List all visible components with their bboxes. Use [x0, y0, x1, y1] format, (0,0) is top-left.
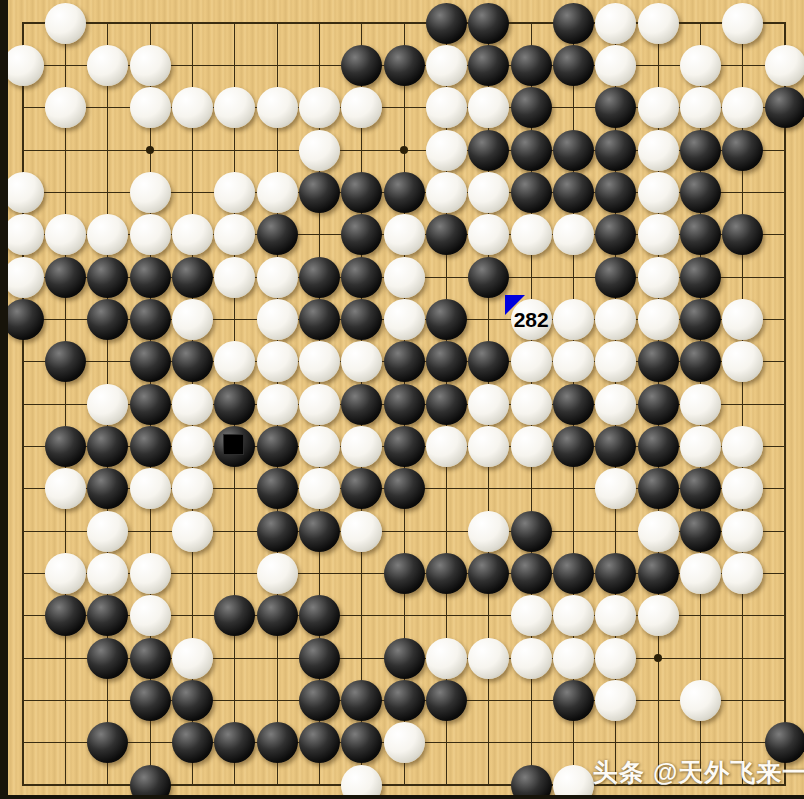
stone-black-c15-r11[interactable] — [595, 426, 636, 467]
stone-white-c13-r6[interactable] — [511, 214, 552, 255]
stone-white-c15-r12[interactable] — [595, 468, 636, 509]
stone-black-c13-r4[interactable] — [511, 130, 552, 171]
stone-white-c16-r1[interactable] — [638, 3, 679, 44]
stone-white-c7-r3[interactable] — [257, 87, 298, 128]
stone-black-c8-r18[interactable] — [299, 722, 340, 763]
stone-white-c12-r10[interactable] — [468, 384, 509, 425]
stone-black-c17-r7[interactable] — [680, 257, 721, 298]
stone-white-c13-r15[interactable] — [511, 595, 552, 636]
stone-black-c14-r4[interactable] — [553, 130, 594, 171]
stone-white-c3-r13[interactable] — [87, 511, 128, 552]
stone-black-c8-r5[interactable] — [299, 172, 340, 213]
stone-black-c3-r7[interactable] — [87, 257, 128, 298]
stone-white-c15-r9[interactable] — [595, 341, 636, 382]
stone-black-c7-r15[interactable] — [257, 595, 298, 636]
stone-white-c12-r16[interactable] — [468, 638, 509, 679]
stone-black-c8-r17[interactable] — [299, 680, 340, 721]
stone-black-c2-r15[interactable] — [45, 595, 86, 636]
stone-white-c4-r6[interactable] — [130, 214, 171, 255]
stone-white-c15-r16[interactable] — [595, 638, 636, 679]
stone-white-c2-r1[interactable] — [45, 3, 86, 44]
stone-white-c10-r18[interactable] — [384, 722, 425, 763]
stone-white-c11-r5[interactable] — [426, 172, 467, 213]
stone-white-c4-r5[interactable] — [130, 172, 171, 213]
stone-black-c11-r6[interactable] — [426, 214, 467, 255]
stone-white-c4-r15[interactable] — [130, 595, 171, 636]
stone-black-c6-r18[interactable] — [214, 722, 255, 763]
stone-black-c11-r9[interactable] — [426, 341, 467, 382]
stone-white-c11-r16[interactable] — [426, 638, 467, 679]
stone-white-c4-r12[interactable] — [130, 468, 171, 509]
stone-white-c8-r4[interactable] — [299, 130, 340, 171]
stone-white-c18-r11[interactable] — [722, 426, 763, 467]
stone-black-c12-r7[interactable] — [468, 257, 509, 298]
hoshi-point — [400, 146, 408, 154]
stone-white-c12-r3[interactable] — [468, 87, 509, 128]
stone-white-c16-r8[interactable] — [638, 299, 679, 340]
stone-black-c1-r8[interactable] — [3, 299, 44, 340]
stone-white-c8-r10[interactable] — [299, 384, 340, 425]
stone-white-c11-r11[interactable] — [426, 426, 467, 467]
stone-black-c11-r1[interactable] — [426, 3, 467, 44]
stone-white-c13-r11[interactable] — [511, 426, 552, 467]
stone-black-c14-r17[interactable] — [553, 680, 594, 721]
stone-black-c16-r9[interactable] — [638, 341, 679, 382]
stone-black-c5-r9[interactable] — [172, 341, 213, 382]
stone-white-c8-r3[interactable] — [299, 87, 340, 128]
stone-white-c5-r3[interactable] — [172, 87, 213, 128]
stone-white-c8-r12[interactable] — [299, 468, 340, 509]
stone-white-c3-r14[interactable] — [87, 553, 128, 594]
go-app-screenshot: 282 头条 @天外飞来一笔 — [0, 0, 804, 799]
stone-black-c9-r6[interactable] — [341, 214, 382, 255]
stone-black-c8-r7[interactable] — [299, 257, 340, 298]
stone-white-c6-r6[interactable] — [214, 214, 255, 255]
stone-white-c12-r13[interactable] — [468, 511, 509, 552]
stone-white-c5-r16[interactable] — [172, 638, 213, 679]
stone-black-c5-r17[interactable] — [172, 680, 213, 721]
stone-black-c16-r12[interactable] — [638, 468, 679, 509]
stone-black-c4-r19[interactable] — [130, 765, 171, 799]
stone-black-c9-r7[interactable] — [341, 257, 382, 298]
stone-black-c4-r16[interactable] — [130, 638, 171, 679]
stone-black-c4-r8[interactable] — [130, 299, 171, 340]
stone-white-c13-r9[interactable] — [511, 341, 552, 382]
square-marker-icon — [224, 435, 243, 454]
stone-black-c17-r4[interactable] — [680, 130, 721, 171]
stone-black-c4-r9[interactable] — [130, 341, 171, 382]
stone-white-c12-r5[interactable] — [468, 172, 509, 213]
stone-black-c7-r12[interactable] — [257, 468, 298, 509]
stone-black-c17-r13[interactable] — [680, 511, 721, 552]
stone-white-c11-r4[interactable] — [426, 130, 467, 171]
stone-black-c18-r4[interactable] — [722, 130, 763, 171]
stone-white-c5-r13[interactable] — [172, 511, 213, 552]
stone-black-c16-r10[interactable] — [638, 384, 679, 425]
stone-white-c14-r9[interactable] — [553, 341, 594, 382]
stone-black-c14-r2[interactable] — [553, 45, 594, 86]
stone-white-c4-r2[interactable] — [130, 45, 171, 86]
stone-black-c15-r3[interactable] — [595, 87, 636, 128]
stone-white-c14-r8[interactable] — [553, 299, 594, 340]
stone-black-c3-r12[interactable] — [87, 468, 128, 509]
stone-white-c16-r3[interactable] — [638, 87, 679, 128]
stone-black-c13-r19[interactable] — [511, 765, 552, 799]
stone-white-c7-r5[interactable] — [257, 172, 298, 213]
stone-white-c15-r1[interactable] — [595, 3, 636, 44]
stone-black-c14-r10[interactable] — [553, 384, 594, 425]
stone-white-c5-r6[interactable] — [172, 214, 213, 255]
stone-white-c6-r7[interactable] — [214, 257, 255, 298]
stone-black-c3-r18[interactable] — [87, 722, 128, 763]
stone-white-c16-r5[interactable] — [638, 172, 679, 213]
stone-white-c9-r9[interactable] — [341, 341, 382, 382]
stone-black-c9-r18[interactable] — [341, 722, 382, 763]
stone-white-c2-r14[interactable] — [45, 553, 86, 594]
stone-white-c14-r15[interactable] — [553, 595, 594, 636]
stone-black-c10-r17[interactable] — [384, 680, 425, 721]
stone-white-c17-r11[interactable] — [680, 426, 721, 467]
stone-white-c17-r3[interactable] — [680, 87, 721, 128]
watermark: 头条 @天外飞来一笔 — [593, 756, 804, 789]
stone-black-c6-r15[interactable] — [214, 595, 255, 636]
stone-white-c8-r11[interactable] — [299, 426, 340, 467]
stone-white-c3-r10[interactable] — [87, 384, 128, 425]
stone-white-c1-r7[interactable] — [3, 257, 44, 298]
stone-white-c18-r8[interactable] — [722, 299, 763, 340]
stone-white-c5-r8[interactable] — [172, 299, 213, 340]
stone-black-c11-r10[interactable] — [426, 384, 467, 425]
stone-black-c9-r17[interactable] — [341, 680, 382, 721]
hoshi-point — [654, 654, 662, 662]
stone-black-c10-r11[interactable] — [384, 426, 425, 467]
stone-white-c18-r14[interactable] — [722, 553, 763, 594]
stone-white-c2-r12[interactable] — [45, 468, 86, 509]
stone-white-c2-r6[interactable] — [45, 214, 86, 255]
stone-black-c15-r7[interactable] — [595, 257, 636, 298]
stone-black-c13-r3[interactable] — [511, 87, 552, 128]
stone-white-c6-r3[interactable] — [214, 87, 255, 128]
stone-white-c7-r14[interactable] — [257, 553, 298, 594]
stone-white-c6-r9[interactable] — [214, 341, 255, 382]
stone-black-c19-r3[interactable] — [765, 87, 804, 128]
stone-black-c10-r16[interactable] — [384, 638, 425, 679]
stone-black-c15-r5[interactable] — [595, 172, 636, 213]
stone-black-c13-r5[interactable] — [511, 172, 552, 213]
stone-white-c17-r10[interactable] — [680, 384, 721, 425]
stone-white-c5-r11[interactable] — [172, 426, 213, 467]
stone-white-c18-r12[interactable] — [722, 468, 763, 509]
stone-white-c6-r5[interactable] — [214, 172, 255, 213]
stone-white-c16-r7[interactable] — [638, 257, 679, 298]
stone-white-c16-r4[interactable] — [638, 130, 679, 171]
stone-black-c13-r13[interactable] — [511, 511, 552, 552]
stone-white-c5-r12[interactable] — [172, 468, 213, 509]
stone-black-c12-r14[interactable] — [468, 553, 509, 594]
stone-white-c17-r17[interactable] — [680, 680, 721, 721]
stone-black-c8-r16[interactable] — [299, 638, 340, 679]
stone-black-c14-r14[interactable] — [553, 553, 594, 594]
stone-black-c7-r6[interactable] — [257, 214, 298, 255]
stone-white-c14-r16[interactable] — [553, 638, 594, 679]
stone-white-c10-r6[interactable] — [384, 214, 425, 255]
grid-vline — [784, 22, 786, 786]
stone-black-c12-r9[interactable] — [468, 341, 509, 382]
stone-black-c10-r9[interactable] — [384, 341, 425, 382]
stone-black-c6-r10[interactable] — [214, 384, 255, 425]
stone-white-c12-r6[interactable] — [468, 214, 509, 255]
board-bottom-edge — [0, 795, 804, 799]
stone-black-c5-r18[interactable] — [172, 722, 213, 763]
stone-black-c5-r7[interactable] — [172, 257, 213, 298]
stone-white-c15-r17[interactable] — [595, 680, 636, 721]
stone-black-c8-r15[interactable] — [299, 595, 340, 636]
stone-white-c18-r9[interactable] — [722, 341, 763, 382]
stone-white-c7-r10[interactable] — [257, 384, 298, 425]
stone-white-c12-r11[interactable] — [468, 426, 509, 467]
stone-black-c7-r13[interactable] — [257, 511, 298, 552]
stone-black-c9-r5[interactable] — [341, 172, 382, 213]
stone-white-c15-r8[interactable] — [595, 299, 636, 340]
stone-white-c2-r3[interactable] — [45, 87, 86, 128]
stone-black-c11-r17[interactable] — [426, 680, 467, 721]
stone-black-c2-r7[interactable] — [45, 257, 86, 298]
stone-black-c14-r1[interactable] — [553, 3, 594, 44]
stone-black-c11-r14[interactable] — [426, 553, 467, 594]
stone-black-c7-r18[interactable] — [257, 722, 298, 763]
stone-white-c10-r8[interactable] — [384, 299, 425, 340]
stone-white-c11-r3[interactable] — [426, 87, 467, 128]
stone-black-c4-r10[interactable] — [130, 384, 171, 425]
stone-white-c15-r10[interactable] — [595, 384, 636, 425]
stone-black-c15-r4[interactable] — [595, 130, 636, 171]
stone-white-c9-r13[interactable] — [341, 511, 382, 552]
stone-white-c1-r6[interactable] — [3, 214, 44, 255]
stone-black-c7-r11[interactable] — [257, 426, 298, 467]
stone-black-c9-r8[interactable] — [341, 299, 382, 340]
hoshi-point — [146, 146, 154, 154]
stone-black-c16-r14[interactable] — [638, 553, 679, 594]
stone-white-c18-r13[interactable] — [722, 511, 763, 552]
stone-white-c9-r11[interactable] — [341, 426, 382, 467]
stone-black-c10-r2[interactable] — [384, 45, 425, 86]
stone-white-c4-r3[interactable] — [130, 87, 171, 128]
stone-black-c10-r12[interactable] — [384, 468, 425, 509]
stone-black-c14-r11[interactable] — [553, 426, 594, 467]
stone-black-c13-r2[interactable] — [511, 45, 552, 86]
stone-black-c15-r14[interactable] — [595, 553, 636, 594]
stone-black-c17-r8[interactable] — [680, 299, 721, 340]
stone-white-c1-r2[interactable] — [3, 45, 44, 86]
stone-white-c3-r6[interactable] — [87, 214, 128, 255]
stone-white-c17-r14[interactable] — [680, 553, 721, 594]
stone-black-c9-r10[interactable] — [341, 384, 382, 425]
stone-white-c7-r8[interactable] — [257, 299, 298, 340]
stone-black-c17-r6[interactable] — [680, 214, 721, 255]
stone-black-c17-r12[interactable] — [680, 468, 721, 509]
stone-black-c10-r14[interactable] — [384, 553, 425, 594]
stone-black-c16-r11[interactable] — [638, 426, 679, 467]
stone-black-c4-r11[interactable] — [130, 426, 171, 467]
stone-black-c12-r2[interactable] — [468, 45, 509, 86]
stone-white-c15-r2[interactable] — [595, 45, 636, 86]
stone-white-c13-r16[interactable] — [511, 638, 552, 679]
stone-white-c11-r2[interactable] — [426, 45, 467, 86]
stone-black-c3-r11[interactable] — [87, 426, 128, 467]
stone-white-c16-r6[interactable] — [638, 214, 679, 255]
stone-black-c9-r2[interactable] — [341, 45, 382, 86]
stone-black-c3-r16[interactable] — [87, 638, 128, 679]
stone-black-c18-r6[interactable] — [722, 214, 763, 255]
stone-white-c14-r19[interactable] — [553, 765, 594, 799]
stone-black-c4-r17[interactable] — [130, 680, 171, 721]
stone-white-c9-r3[interactable] — [341, 87, 382, 128]
stone-white-c16-r13[interactable] — [638, 511, 679, 552]
stone-black-c3-r15[interactable] — [87, 595, 128, 636]
stone-black-c2-r11[interactable] — [45, 426, 86, 467]
stone-black-c3-r8[interactable] — [87, 299, 128, 340]
stone-white-c7-r9[interactable] — [257, 341, 298, 382]
stone-black-c15-r6[interactable] — [595, 214, 636, 255]
stone-black-c12-r1[interactable] — [468, 3, 509, 44]
stone-black-c4-r7[interactable] — [130, 257, 171, 298]
stone-black-c9-r12[interactable] — [341, 468, 382, 509]
stone-white-c19-r2[interactable] — [765, 45, 804, 86]
stone-white-c9-r19[interactable] — [341, 765, 382, 799]
stone-white-c4-r14[interactable] — [130, 553, 171, 594]
stone-white-c16-r15[interactable] — [638, 595, 679, 636]
stone-white-c7-r7[interactable] — [257, 257, 298, 298]
stone-white-c18-r3[interactable] — [722, 87, 763, 128]
stone-black-c12-r4[interactable] — [468, 130, 509, 171]
stone-black-c11-r8[interactable] — [426, 299, 467, 340]
stone-white-c10-r7[interactable] — [384, 257, 425, 298]
stone-white-c14-r6[interactable] — [553, 214, 594, 255]
stone-black-c8-r13[interactable] — [299, 511, 340, 552]
stone-white-c13-r10[interactable] — [511, 384, 552, 425]
stone-black-c2-r9[interactable] — [45, 341, 86, 382]
stone-black-c10-r10[interactable] — [384, 384, 425, 425]
stone-white-c8-r9[interactable] — [299, 341, 340, 382]
stone-white-c15-r15[interactable] — [595, 595, 636, 636]
stone-black-c10-r5[interactable] — [384, 172, 425, 213]
stone-black-c17-r9[interactable] — [680, 341, 721, 382]
stone-white-c18-r1[interactable] — [722, 3, 763, 44]
stone-white-c3-r2[interactable] — [87, 45, 128, 86]
stone-black-c17-r5[interactable] — [680, 172, 721, 213]
stone-black-c14-r5[interactable] — [553, 172, 594, 213]
last-move-number: 282 — [511, 299, 552, 340]
stone-black-c13-r14[interactable] — [511, 553, 552, 594]
stone-white-c17-r2[interactable] — [680, 45, 721, 86]
stone-black-c8-r8[interactable] — [299, 299, 340, 340]
stone-white-c1-r5[interactable] — [3, 172, 44, 213]
board-left-edge — [0, 0, 8, 799]
stone-white-c5-r10[interactable] — [172, 384, 213, 425]
